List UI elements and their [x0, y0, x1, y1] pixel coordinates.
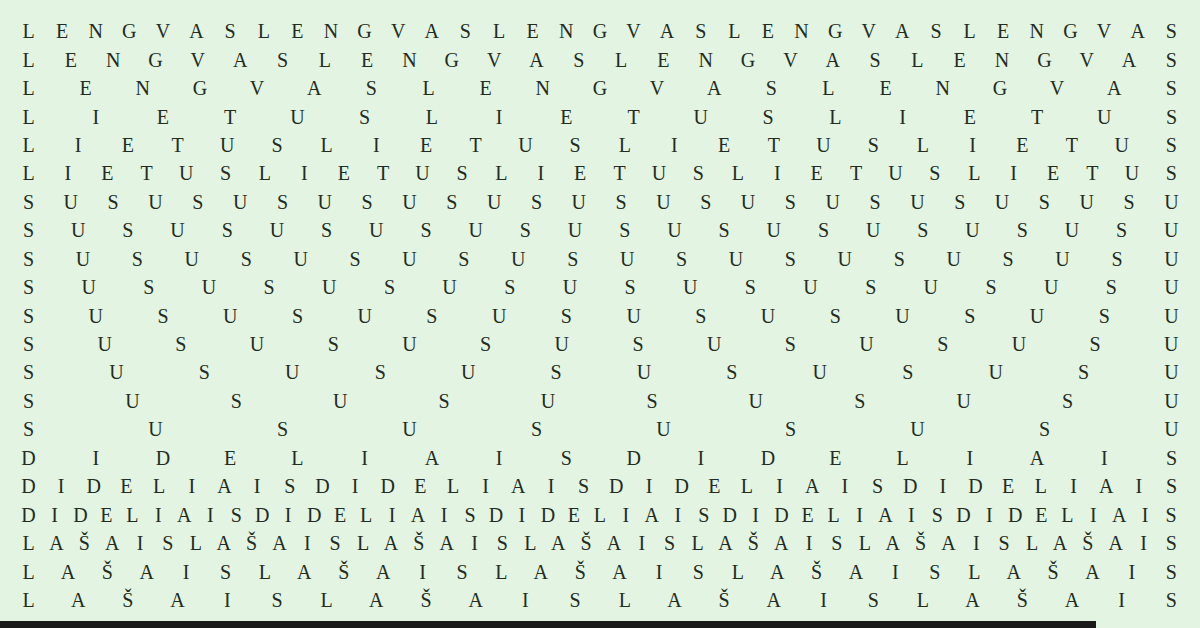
letter-cell: A	[1051, 533, 1068, 553]
letter-cell: S	[782, 192, 799, 212]
letter-cell: N	[322, 21, 339, 41]
letter-cell: A	[659, 21, 676, 41]
letter-cell: E	[655, 50, 672, 70]
letter-cell: U	[1043, 277, 1060, 297]
letter-cell: D	[1007, 505, 1024, 525]
letter-cell: S	[274, 50, 291, 70]
letter-cell: A	[877, 505, 894, 525]
letter-cell: S	[222, 21, 239, 41]
letter-cell: U	[62, 192, 79, 212]
letter-cell: U	[491, 306, 508, 326]
letter-cell: D	[721, 505, 738, 525]
letter-cell: V	[189, 50, 206, 70]
letter-cell: E	[98, 505, 115, 525]
letter-cell: D	[955, 505, 972, 525]
letter-cell: I	[280, 505, 297, 525]
poem-row-20: LAŠAISLAŠAISLAŠAISLAŠAISLAŠAIS	[20, 557, 1180, 585]
letter-cell: S	[268, 590, 285, 610]
letter-cell: S	[228, 505, 245, 525]
letter-cell: S	[20, 362, 37, 382]
letter-cell: L	[1059, 505, 1076, 525]
letter-cell: S	[914, 220, 931, 240]
letter-cell: I	[202, 505, 219, 525]
letter-cell: U	[441, 277, 458, 297]
letter-cell: G	[147, 50, 164, 70]
letter-cell: U	[955, 391, 972, 411]
letter-cell: U	[510, 249, 527, 269]
letter-cell: A	[1005, 562, 1022, 582]
letter-cell: I	[669, 505, 686, 525]
letter-cell: S	[865, 590, 882, 610]
letter-cell: Š	[572, 562, 589, 582]
letter-cell: S	[622, 277, 639, 297]
letter-cell: S	[723, 362, 740, 382]
letter-cell: T	[611, 163, 628, 183]
poem-row-11: SUSUSUSUSUSUSUSUSU	[20, 301, 1180, 329]
letter-cell: I	[219, 590, 236, 610]
letter-cell: I	[769, 163, 786, 183]
letter-cell: S	[1121, 192, 1138, 212]
letter-cell: L	[318, 135, 335, 155]
letter-cell: L	[616, 590, 633, 610]
letter-cell: L	[20, 135, 37, 155]
letter-cell: D	[625, 448, 642, 468]
letter-cell: A	[176, 505, 193, 525]
letter-cell: I	[1065, 476, 1082, 496]
poem-row-6: LIETUSLIETUSLIETUSLIETUSLIETUS	[20, 159, 1180, 187]
letter-cell: E	[961, 107, 978, 127]
poem-row-18: DIDELIAISDIDELIAISDIDELIAISDIDELIAISDIDE…	[20, 500, 1180, 528]
letter-cell: D	[967, 476, 984, 496]
letter-cell: V	[486, 50, 503, 70]
letter-cell: L	[726, 21, 743, 41]
letter-cell: A	[528, 50, 545, 70]
letter-cell: E	[77, 78, 94, 98]
letter-cell: E	[119, 135, 136, 155]
letter-cell: S	[461, 505, 478, 525]
letter-cell: S	[630, 334, 647, 354]
letter-cell: S	[716, 220, 733, 240]
letter-cell: T	[1063, 135, 1080, 155]
letter-cell: U	[747, 391, 764, 411]
letter-cell: S	[996, 533, 1013, 553]
letter-cell: S	[261, 277, 278, 297]
letter-cell: E	[558, 107, 575, 127]
letter-cell: L	[20, 21, 37, 41]
letter-cell: S	[1163, 21, 1180, 41]
letter-cell: A	[59, 562, 76, 582]
letter-cell: S	[457, 21, 474, 41]
letter-cell: S	[359, 192, 376, 212]
concrete-poem: LENGVASLENGVASLENGVASLENGVASLENGVASLENGV…	[0, 0, 1200, 628]
letter-cell: Š	[119, 590, 136, 610]
letter-cell: A	[769, 562, 786, 582]
letter-cell: S	[228, 391, 245, 411]
letter-cell: A	[48, 533, 65, 553]
letter-cell: U	[540, 391, 557, 411]
letter-cell: L	[420, 78, 437, 98]
letter-cell: L	[827, 107, 844, 127]
letter-cell: L	[689, 533, 706, 553]
letter-cell: A	[765, 590, 782, 610]
poem-row-13: SUSUSUSUSUSUSU	[20, 358, 1180, 386]
letter-cell: S	[196, 362, 213, 382]
letter-cell: L	[729, 163, 746, 183]
letter-cell: I	[851, 505, 868, 525]
letter-cell: T	[169, 135, 186, 155]
letter-cell: I	[150, 505, 167, 525]
letter-cell: D	[254, 505, 271, 525]
letter-cell: S	[851, 391, 868, 411]
poem-row-12: SUSUSUSUSUSUSUSU	[20, 330, 1180, 358]
letter-cell: S	[129, 249, 146, 269]
letter-cell: G	[991, 78, 1008, 98]
letter-cell: D	[154, 448, 171, 468]
letter-cell: S	[1163, 476, 1180, 496]
letter-cell: I	[617, 505, 634, 525]
letter-cell: S	[1163, 78, 1180, 98]
poem-row-9: SUSUSUSUSUSUSUSUSUSUSU	[20, 245, 1180, 273]
letter-cell: S	[1108, 249, 1125, 269]
letter-cell: U	[1163, 391, 1180, 411]
letter-cell: U	[760, 306, 777, 326]
letter-cell: U	[1078, 192, 1095, 212]
letter-cell: I	[692, 448, 709, 468]
letter-cell: S	[827, 306, 844, 326]
letter-cell: V	[860, 21, 877, 41]
ground-bar	[0, 621, 1096, 628]
letter-cell: E	[565, 505, 582, 525]
letter-cell: S	[455, 249, 472, 269]
letter-cell: U	[1010, 334, 1027, 354]
letter-cell: S	[564, 249, 581, 269]
letter-cell: S	[1096, 306, 1113, 326]
letter-cell: I	[887, 562, 904, 582]
letter-cell: S	[1059, 391, 1076, 411]
letter-cell: U	[517, 135, 534, 155]
letter-cell: T	[138, 163, 155, 183]
letter-cell: A	[1107, 533, 1124, 553]
letter-cell: S	[119, 220, 136, 240]
letter-cell: S	[217, 562, 234, 582]
letter-cell: L	[20, 163, 37, 183]
letter-cell: U	[219, 135, 236, 155]
letter-cell: S	[154, 306, 171, 326]
letter-cell: L	[316, 50, 333, 70]
letter-cell: D	[72, 505, 89, 525]
letter-cell: S	[692, 306, 709, 326]
letter-cell: U	[1163, 192, 1180, 212]
letter-cell: S	[782, 419, 799, 439]
letter-cell: U	[561, 277, 578, 297]
letter-cell: N	[87, 21, 104, 41]
letter-cell: A	[666, 590, 683, 610]
letter-cell: U	[682, 277, 699, 297]
letter-cell: D	[673, 476, 690, 496]
letter-cell: Š	[76, 533, 93, 553]
letter-cell: I	[46, 505, 63, 525]
letter-cell: S	[477, 334, 494, 354]
letter-cell: U	[811, 362, 828, 382]
letter-cell: U	[332, 391, 349, 411]
letter-cell: U	[87, 306, 104, 326]
letter-cell: N	[1028, 21, 1045, 41]
letter-cell: I	[633, 533, 650, 553]
letter-cell: S	[289, 306, 306, 326]
letter-cell: U	[321, 277, 338, 297]
letter-cell: D	[306, 505, 323, 525]
letter-cell: U	[651, 163, 668, 183]
letter-cell: U	[147, 192, 164, 212]
letter-cell: U	[765, 220, 782, 240]
letter-cell: L	[355, 533, 372, 553]
letter-cell: L	[729, 562, 746, 582]
letter-cell: S	[20, 220, 37, 240]
letter-cell: G	[443, 50, 460, 70]
letter-cell: S	[418, 220, 435, 240]
letter-cell: I	[961, 448, 978, 468]
letter-cell: U	[147, 419, 164, 439]
letter-cell: U	[994, 192, 1011, 212]
letter-cell: A	[216, 476, 233, 496]
letter-cell: I	[543, 476, 560, 496]
letter-cell: S	[570, 50, 587, 70]
letter-cell: S	[673, 249, 690, 269]
letter-cell: A	[940, 533, 957, 553]
letter-cell: A	[1063, 590, 1080, 610]
letter-cell: A	[773, 533, 790, 553]
letter-cell: E	[808, 163, 825, 183]
letter-cell: U	[289, 107, 306, 127]
letter-cell: T	[467, 135, 484, 155]
letter-cell: I	[53, 476, 70, 496]
letter-cell: I	[934, 476, 951, 496]
letter-cell: E	[951, 50, 968, 70]
letter-cell: S	[690, 562, 707, 582]
letter-cell: L	[289, 448, 306, 468]
letter-cell: U	[625, 306, 642, 326]
letter-cell: S	[1113, 220, 1130, 240]
letter-cell: S	[1163, 562, 1180, 582]
letter-cell: A	[611, 562, 628, 582]
letter-cell: A	[382, 533, 399, 553]
letter-cell: Š	[1014, 590, 1031, 610]
letter-cell: G	[1062, 21, 1079, 41]
letter-cell: S	[356, 107, 373, 127]
letter-cell: S	[20, 334, 37, 354]
letter-cell: U	[858, 334, 875, 354]
letter-cell: S	[453, 562, 470, 582]
letter-cell: E	[99, 163, 116, 183]
letter-cell: A	[848, 562, 865, 582]
letter-cell: D	[902, 476, 919, 496]
letter-cell: U	[249, 334, 266, 354]
letter-cell: S	[274, 419, 291, 439]
letter-cell: S	[325, 334, 342, 354]
letter-cell: A	[884, 533, 901, 553]
letter-cell: S	[869, 476, 886, 496]
letter-cell: A	[1121, 50, 1138, 70]
letter-cell: S	[742, 277, 759, 297]
letter-cell: A	[232, 50, 249, 70]
letter-cell: I	[1085, 505, 1102, 525]
letter-cell: D	[314, 476, 331, 496]
letter-cell: A	[410, 505, 427, 525]
letter-cell: S	[238, 249, 255, 269]
letter-cell: S	[558, 448, 575, 468]
letter-cell: E	[572, 163, 589, 183]
letter-cell: L	[20, 590, 37, 610]
letter-cell: L	[493, 562, 510, 582]
poem-row-17: DIDELIAISDIDELIAISDIDELIAISDIDELIAIS	[20, 472, 1180, 500]
letter-cell: I	[517, 590, 534, 610]
letter-cell: A	[804, 476, 821, 496]
letter-cell: S	[501, 277, 518, 297]
letter-cell: S	[1087, 334, 1104, 354]
letter-cell: S	[436, 391, 453, 411]
letter-cell: S	[760, 107, 777, 127]
letter-cell: V	[249, 78, 266, 98]
letter-cell: S	[899, 362, 916, 382]
letter-cell: S	[613, 192, 630, 212]
letter-cell: E	[706, 476, 723, 496]
letter-cell: D	[760, 448, 777, 468]
letter-cell: S	[105, 192, 122, 212]
letter-cell: I	[1123, 562, 1140, 582]
letter-cell: A	[1111, 505, 1128, 525]
letter-cell: I	[836, 476, 853, 496]
letter-cell: A	[1029, 448, 1046, 468]
letter-cell: U	[1113, 135, 1130, 155]
letter-cell: I	[356, 448, 373, 468]
letter-cell: L	[358, 505, 375, 525]
letter-grid: LENGVASLENGVASLENGVASLENGVASLENGVASLENGV…	[20, 17, 1180, 614]
letter-cell: L	[616, 135, 633, 155]
letter-cell: S	[643, 391, 660, 411]
letter-cell: U	[70, 220, 87, 240]
letter-cell: U	[740, 192, 757, 212]
letter-cell: E	[759, 21, 776, 41]
letter-cell: I	[178, 562, 195, 582]
letter-cell: S	[782, 334, 799, 354]
letter-cell: L	[914, 590, 931, 610]
letter-cell: A	[169, 590, 186, 610]
letter-cell: U	[108, 362, 125, 382]
letter-cell: S	[327, 533, 344, 553]
letter-cell: I	[1130, 476, 1147, 496]
poem-row-1: LENGVASLENGVASLENGVASLENGVASLENGVAS	[20, 17, 1180, 45]
letter-cell: N	[105, 50, 122, 70]
letter-cell: I	[491, 107, 508, 127]
letter-cell: G	[356, 21, 373, 41]
letter-cell: D	[379, 476, 396, 496]
letter-cell: A	[271, 533, 288, 553]
letter-cell: S	[140, 277, 157, 297]
letter-cell: U	[316, 192, 333, 212]
letter-cell: G	[591, 78, 608, 98]
letter-cell: S	[381, 277, 398, 297]
letter-cell: D	[773, 505, 790, 525]
letter-cell: L	[591, 505, 608, 525]
poem-row-7: SUSUSUSUSUSUSUSUSUSUSUSUSUSU	[20, 188, 1180, 216]
letter-cell: E	[827, 448, 844, 468]
letter-cell: E	[1014, 135, 1031, 155]
letter-cell: A	[1098, 476, 1115, 496]
letter-cell: Š	[808, 562, 825, 582]
letter-cell: I	[1135, 533, 1152, 553]
letter-cell: V	[1049, 78, 1066, 98]
letter-cell: E	[799, 505, 816, 525]
letter-cell: S	[1163, 590, 1180, 610]
poem-row-21: LAŠAISLAŠAISLAŠAISLAŠAIS	[20, 586, 1180, 614]
letter-cell: D	[20, 505, 37, 525]
letter-cell: S	[528, 192, 545, 212]
poem-row-19: LAŠAISLAŠAISLAŠAISLAŠAISLAŠAISLAŠAISLAŠA…	[20, 529, 1180, 557]
letter-cell: S	[983, 277, 1000, 297]
letter-cell: S	[372, 362, 389, 382]
letter-cell: G	[591, 21, 608, 41]
letter-cell: U	[1163, 249, 1180, 269]
letter-cell: T	[625, 107, 642, 127]
letter-cell: U	[945, 249, 962, 269]
letter-cell: U	[619, 249, 636, 269]
letter-cell: S	[443, 192, 460, 212]
letter-cell: Š	[578, 533, 595, 553]
letter-cell: S	[697, 192, 714, 212]
letter-cell: U	[1054, 249, 1071, 269]
letter-cell: L	[20, 78, 37, 98]
letter-cell: L	[914, 135, 931, 155]
letter-cell: U	[178, 163, 195, 183]
letter-cell: L	[966, 163, 983, 183]
letter-cell: U	[987, 362, 1004, 382]
letter-cell: U	[727, 249, 744, 269]
letter-cell: L	[256, 163, 273, 183]
letter-cell: E	[289, 21, 306, 41]
letter-cell: S	[815, 220, 832, 240]
letter-cell: I	[1096, 448, 1113, 468]
letter-cell: S	[281, 476, 298, 496]
letter-cell: I	[964, 135, 981, 155]
letter-cell: L	[1024, 533, 1041, 553]
letter-cell: S	[20, 391, 37, 411]
letter-cell: I	[513, 505, 530, 525]
letter-cell: I	[815, 590, 832, 610]
letter-cell: I	[87, 448, 104, 468]
letter-cell: L	[20, 50, 37, 70]
letter-cell: V	[649, 78, 666, 98]
letter-cell: U	[1063, 220, 1080, 240]
letter-cell: D	[85, 476, 102, 496]
letter-cell: E	[418, 135, 435, 155]
letter-cell: T	[1084, 163, 1101, 183]
letter-cell: N	[793, 21, 810, 41]
letter-cell: T	[375, 163, 392, 183]
letter-cell: V	[1078, 50, 1095, 70]
letter-cell: U	[802, 277, 819, 297]
letter-cell: A	[423, 21, 440, 41]
letter-cell: U	[836, 249, 853, 269]
letter-cell: I	[640, 476, 657, 496]
letter-cell: A	[70, 590, 87, 610]
letter-cell: S	[867, 50, 884, 70]
letter-cell: S	[867, 192, 884, 212]
poem-row-14: SUSUSUSUSUSU	[20, 387, 1180, 415]
letter-cell: U	[553, 334, 570, 354]
letter-cell: A	[510, 476, 527, 496]
letter-cell: S	[1163, 107, 1180, 127]
letter-cell: A	[964, 590, 981, 610]
